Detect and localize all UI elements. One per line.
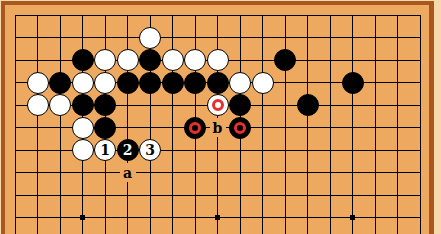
go-stone-white	[229, 72, 251, 94]
go-stone-white	[94, 72, 116, 94]
go-stone-move-1: 1	[94, 139, 116, 161]
go-stone-black	[72, 49, 94, 71]
go-stone-white	[139, 27, 161, 49]
go-stone-black	[94, 117, 116, 139]
go-diagram: 123ab	[0, 0, 441, 234]
go-board: 123ab	[4, 4, 432, 229]
point-label-a: a	[120, 163, 136, 182]
go-stone-black	[49, 72, 71, 94]
go-stone-black	[117, 72, 139, 94]
go-stone-black	[139, 49, 161, 71]
go-stone-black	[297, 94, 319, 116]
go-stone-white	[184, 49, 206, 71]
go-stone-black	[162, 72, 184, 94]
go-stone-black-circle-marked	[229, 117, 251, 139]
go-stone-black	[72, 94, 94, 116]
move-number: 3	[145, 143, 155, 157]
circle-mark-icon	[212, 99, 224, 111]
go-stone-white	[72, 72, 94, 94]
move-number: 2	[123, 143, 133, 157]
move-number: 1	[100, 143, 110, 157]
go-stone-black	[184, 72, 206, 94]
point-label-b: b	[210, 118, 226, 137]
go-stone-black	[274, 49, 296, 71]
go-stone-black-circle-marked	[184, 117, 206, 139]
go-stone-black	[207, 72, 229, 94]
go-stone-black	[94, 94, 116, 116]
circle-mark-icon	[234, 122, 246, 134]
go-stone-white	[117, 49, 139, 71]
go-stone-move-3: 3	[139, 139, 161, 161]
go-stone-white	[27, 72, 49, 94]
go-stone-white	[27, 94, 49, 116]
go-stone-white-circle-marked	[207, 94, 229, 116]
go-stone-white	[72, 117, 94, 139]
go-stone-black	[139, 72, 161, 94]
circle-mark-icon	[189, 122, 201, 134]
go-stone-white	[49, 94, 71, 116]
go-stone-black	[229, 94, 251, 116]
go-stone-white	[72, 139, 94, 161]
go-stone-white	[207, 49, 229, 71]
go-stone-white	[94, 49, 116, 71]
go-stone-white	[162, 49, 184, 71]
go-stone-black	[342, 72, 364, 94]
go-stone-move-2: 2	[117, 139, 139, 161]
go-stone-white	[252, 72, 274, 94]
